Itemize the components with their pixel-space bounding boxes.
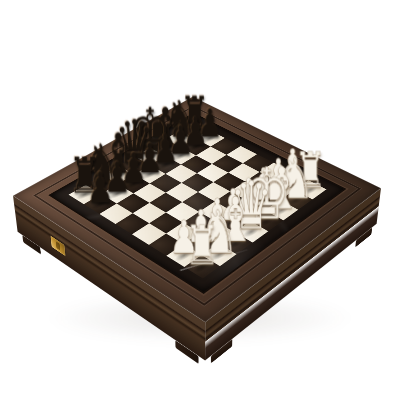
- box-foot: [211, 339, 233, 364]
- product-photo-scene: ♜♞♝♛♚♝♞♜♟♟♟♟♟♟♟♟♟♟♟♟♟♟♟♟♜♞♝♛♚♝♞♜: [0, 0, 400, 400]
- box-foot: [22, 235, 41, 255]
- box-foot: [175, 340, 198, 364]
- brass-latch: [50, 236, 65, 257]
- piece-glyph: ♟: [87, 166, 114, 208]
- box-foot: [355, 227, 372, 247]
- piece-glyph: ♜: [185, 219, 220, 274]
- chess-box-lid: ♜♞♝♛♚♝♞♜♟♟♟♟♟♟♟♟♟♟♟♟♟♟♟♟♜♞♝♛♚♝♞♜: [13, 97, 381, 323]
